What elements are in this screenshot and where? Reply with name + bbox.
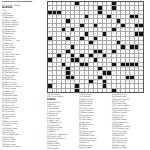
crossword-grid[interactable]: 1234567891011121314151617181920212223242… <box>47 1 144 93</box>
grid-cell[interactable] <box>117 76 121 79</box>
grid-cell[interactable] <box>103 41 107 44</box>
grid-cell[interactable] <box>112 19 116 22</box>
grid-cell[interactable]: 82 <box>94 54 98 57</box>
grid-cell[interactable] <box>57 84 61 87</box>
grid-cell[interactable] <box>126 50 130 53</box>
grid-cell[interactable] <box>117 54 121 57</box>
grid-cell[interactable]: 73 <box>71 50 75 53</box>
grid-cell[interactable] <box>126 28 130 31</box>
grid-cell[interactable] <box>62 71 66 74</box>
grid-cell[interactable] <box>103 19 107 22</box>
grid-cell[interactable]: 110 <box>71 71 75 74</box>
grid-cell[interactable]: 46 <box>80 28 84 31</box>
grid-cell[interactable] <box>107 24 111 27</box>
grid-cell[interactable] <box>57 24 61 27</box>
grid-cell[interactable] <box>53 50 57 53</box>
grid-cell[interactable] <box>57 50 61 53</box>
grid-cell[interactable]: 64 <box>66 41 70 44</box>
grid-cell[interactable] <box>135 6 139 9</box>
grid-cell[interactable]: 29 <box>89 15 93 18</box>
grid-cell[interactable]: 106 <box>126 67 130 70</box>
grid-cell[interactable] <box>80 11 84 14</box>
grid-cell[interactable]: 107 <box>130 67 134 70</box>
grid-cell[interactable] <box>85 50 89 53</box>
grid-cell[interactable] <box>66 32 70 35</box>
grid-cell[interactable]: 32 <box>48 19 52 22</box>
grid-cell[interactable] <box>107 45 111 48</box>
grid-cell[interactable]: 97 <box>94 63 98 66</box>
grid-cell[interactable] <box>121 32 125 35</box>
grid-cell[interactable] <box>98 32 102 35</box>
grid-cell[interactable]: 105 <box>121 67 125 70</box>
grid-cell[interactable]: 24 <box>103 11 107 14</box>
grid-cell[interactable] <box>103 24 107 27</box>
grid-cell[interactable] <box>139 6 143 9</box>
grid-cell[interactable]: 14 <box>121 2 125 5</box>
grid-cell[interactable] <box>62 15 66 18</box>
grid-cell[interactable] <box>135 89 139 92</box>
grid-cell[interactable] <box>121 11 125 14</box>
grid-cell[interactable] <box>75 50 79 53</box>
grid-cell[interactable]: 69 <box>75 45 79 48</box>
grid-cell[interactable] <box>139 80 143 83</box>
grid-cell[interactable]: 31 <box>112 15 116 18</box>
grid-cell[interactable] <box>53 76 57 79</box>
grid-cell[interactable]: 16 <box>130 2 134 5</box>
grid-cell[interactable] <box>107 6 111 9</box>
grid-cell[interactable]: 83 <box>98 54 102 57</box>
grid-cell[interactable] <box>130 11 134 14</box>
grid-cell[interactable]: 81 <box>66 54 70 57</box>
grid-cell[interactable] <box>94 45 98 48</box>
grid-cell[interactable] <box>126 45 130 48</box>
grid-cell[interactable] <box>130 58 134 61</box>
grid-cell[interactable] <box>71 6 75 9</box>
grid-cell[interactable]: 27 <box>53 15 57 18</box>
grid-cell[interactable] <box>94 19 98 22</box>
grid-cell[interactable] <box>126 41 130 44</box>
grid-cell[interactable]: 111 <box>112 71 116 74</box>
grid-cell[interactable]: 84 <box>107 54 111 57</box>
grid-cell[interactable] <box>103 28 107 31</box>
grid-cell[interactable] <box>94 11 98 14</box>
grid-cell[interactable] <box>112 41 116 44</box>
grid-cell[interactable]: 47 <box>94 28 98 31</box>
grid-cell[interactable] <box>135 11 139 14</box>
grid-cell[interactable] <box>117 71 121 74</box>
grid-cell[interactable] <box>57 6 61 9</box>
grid-cell[interactable]: 123 <box>126 80 130 83</box>
grid-cell[interactable]: 23 <box>62 11 66 14</box>
grid-cell[interactable] <box>130 71 134 74</box>
grid-cell[interactable]: 65 <box>80 41 84 44</box>
grid-cell[interactable] <box>80 6 84 9</box>
grid-cell[interactable] <box>57 76 61 79</box>
grid-cell[interactable] <box>75 11 79 14</box>
grid-cell[interactable] <box>85 58 89 61</box>
grid-cell[interactable] <box>53 63 57 66</box>
grid-cell[interactable]: 87 <box>57 58 61 61</box>
grid-cell[interactable] <box>107 37 111 40</box>
grid-cell[interactable] <box>57 89 61 92</box>
grid-cell[interactable] <box>62 45 66 48</box>
grid-cell[interactable] <box>98 84 102 87</box>
grid-cell[interactable] <box>135 84 139 87</box>
grid-cell[interactable]: 48 <box>117 28 121 31</box>
grid-cell[interactable] <box>57 71 61 74</box>
grid-cell[interactable]: 55 <box>112 32 116 35</box>
grid-cell[interactable] <box>98 89 102 92</box>
grid-cell[interactable]: 114 <box>103 76 107 79</box>
grid-cell[interactable] <box>103 63 107 66</box>
grid-cell[interactable] <box>75 19 79 22</box>
grid-cell[interactable]: 117 <box>48 80 52 83</box>
grid-cell[interactable]: 131 <box>117 89 121 92</box>
grid-cell[interactable]: 60 <box>103 37 107 40</box>
grid-cell[interactable] <box>107 63 111 66</box>
grid-cell[interactable]: 2 <box>53 2 57 5</box>
grid-cell[interactable] <box>130 32 134 35</box>
grid-cell[interactable] <box>53 54 57 57</box>
grid-cell[interactable] <box>57 32 61 35</box>
grid-cell[interactable] <box>135 58 139 61</box>
grid-cell[interactable] <box>121 84 125 87</box>
grid-cell[interactable] <box>98 71 102 74</box>
grid-cell[interactable]: 22 <box>117 6 121 9</box>
grid-cell[interactable]: 100 <box>71 67 75 70</box>
grid-cell[interactable] <box>117 37 121 40</box>
grid-cell[interactable] <box>89 67 93 70</box>
grid-cell[interactable] <box>121 54 125 57</box>
grid-cell[interactable]: 1 <box>48 2 52 5</box>
grid-cell[interactable] <box>89 6 93 9</box>
grid-cell[interactable] <box>130 6 134 9</box>
grid-cell[interactable] <box>53 28 57 31</box>
grid-cell[interactable] <box>71 11 75 14</box>
grid-cell[interactable]: 33 <box>71 19 75 22</box>
grid-cell[interactable]: 77 <box>130 50 134 53</box>
grid-cell[interactable] <box>85 11 89 14</box>
grid-cell[interactable] <box>98 28 102 31</box>
grid-cell[interactable] <box>139 84 143 87</box>
grid-cell[interactable]: 80 <box>62 54 66 57</box>
grid-cell[interactable]: 124 <box>130 80 134 83</box>
grid-cell[interactable] <box>62 19 66 22</box>
grid-cell[interactable] <box>75 32 79 35</box>
grid-cell[interactable]: 116 <box>135 76 139 79</box>
grid-cell[interactable]: 104 <box>112 67 116 70</box>
grid-cell[interactable]: 96 <box>89 63 93 66</box>
grid-cell[interactable]: 57 <box>71 37 75 40</box>
grid-cell[interactable] <box>107 58 111 61</box>
grid-cell[interactable] <box>135 54 139 57</box>
grid-cell[interactable] <box>53 71 57 74</box>
grid-cell[interactable] <box>85 71 89 74</box>
grid-cell[interactable] <box>130 41 134 44</box>
grid-cell[interactable] <box>130 24 134 27</box>
grid-cell[interactable] <box>66 58 70 61</box>
grid-cell[interactable] <box>107 67 111 70</box>
grid-cell[interactable] <box>139 71 143 74</box>
grid-cell[interactable]: 40 <box>85 24 89 27</box>
grid-cell[interactable] <box>117 11 121 14</box>
grid-cell[interactable] <box>57 28 61 31</box>
grid-cell[interactable] <box>66 84 70 87</box>
grid-cell[interactable] <box>53 6 57 9</box>
grid-cell[interactable] <box>139 67 143 70</box>
grid-cell[interactable]: 76 <box>121 50 125 53</box>
grid-cell[interactable] <box>126 84 130 87</box>
grid-cell[interactable] <box>89 28 93 31</box>
grid-cell[interactable] <box>89 76 93 79</box>
grid-cell[interactable] <box>80 45 84 48</box>
grid-cell[interactable]: 66 <box>94 41 98 44</box>
grid-cell[interactable] <box>117 80 121 83</box>
grid-cell[interactable] <box>139 45 143 48</box>
grid-cell[interactable] <box>94 84 98 87</box>
grid-cell[interactable] <box>75 15 79 18</box>
grid-cell[interactable] <box>89 11 93 14</box>
grid-cell[interactable]: 79 <box>48 54 52 57</box>
grid-cell[interactable]: 70 <box>89 45 93 48</box>
grid-cell[interactable]: 101 <box>80 67 84 70</box>
grid-cell[interactable] <box>71 84 75 87</box>
grid-cell[interactable] <box>85 89 89 92</box>
grid-cell[interactable] <box>98 45 102 48</box>
grid-cell[interactable] <box>85 84 89 87</box>
grid-cell[interactable] <box>107 50 111 53</box>
grid-cell[interactable] <box>57 41 61 44</box>
grid-cell[interactable]: 21 <box>103 6 107 9</box>
grid-cell[interactable] <box>71 89 75 92</box>
grid-cell[interactable] <box>121 80 125 83</box>
grid-cell[interactable] <box>62 84 66 87</box>
grid-cell[interactable] <box>126 89 130 92</box>
grid-cell[interactable] <box>89 19 93 22</box>
grid-cell[interactable] <box>53 80 57 83</box>
grid-cell[interactable] <box>66 11 70 14</box>
grid-cell[interactable]: 45 <box>75 28 79 31</box>
grid-cell[interactable]: 54 <box>107 32 111 35</box>
grid-cell[interactable] <box>126 32 130 35</box>
grid-cell[interactable]: 89 <box>89 58 93 61</box>
grid-cell[interactable] <box>139 63 143 66</box>
grid-cell[interactable]: 85 <box>112 54 116 57</box>
grid-cell[interactable]: 86 <box>53 58 57 61</box>
grid-cell[interactable]: 129 <box>48 89 52 92</box>
grid-cell[interactable]: 35 <box>107 19 111 22</box>
grid-cell[interactable]: 127 <box>89 84 93 87</box>
grid-cell[interactable] <box>62 41 66 44</box>
grid-cell[interactable]: 42 <box>117 24 121 27</box>
grid-cell[interactable] <box>53 24 57 27</box>
grid-cell[interactable]: 63 <box>48 41 52 44</box>
grid-cell[interactable] <box>75 71 79 74</box>
grid-cell[interactable] <box>57 67 61 70</box>
grid-cell[interactable] <box>107 28 111 31</box>
grid-cell[interactable] <box>85 80 89 83</box>
grid-cell[interactable] <box>135 28 139 31</box>
grid-cell[interactable]: 92 <box>48 63 52 66</box>
grid-cell[interactable] <box>126 19 130 22</box>
grid-cell[interactable] <box>62 50 66 53</box>
grid-cell[interactable]: 99 <box>62 67 66 70</box>
grid-cell[interactable] <box>94 89 98 92</box>
grid-cell[interactable] <box>117 58 121 61</box>
grid-cell[interactable] <box>139 54 143 57</box>
grid-cell[interactable] <box>57 19 61 22</box>
grid-cell[interactable]: 18 <box>139 2 143 5</box>
grid-cell[interactable]: 43 <box>126 24 130 27</box>
grid-cell[interactable] <box>112 45 116 48</box>
grid-cell[interactable] <box>117 84 121 87</box>
grid-cell[interactable]: 9 <box>89 2 93 5</box>
grid-cell[interactable] <box>75 80 79 83</box>
grid-cell[interactable]: 126 <box>80 84 84 87</box>
grid-cell[interactable] <box>126 15 130 18</box>
grid-cell[interactable]: 108 <box>135 67 139 70</box>
grid-cell[interactable]: 67 <box>121 41 125 44</box>
grid-cell[interactable] <box>112 84 116 87</box>
grid-cell[interactable] <box>85 6 89 9</box>
grid-cell[interactable]: 90 <box>98 58 102 61</box>
grid-cell[interactable]: 12 <box>107 2 111 5</box>
grid-cell[interactable] <box>80 15 84 18</box>
grid-cell[interactable] <box>139 19 143 22</box>
grid-cell[interactable] <box>62 24 66 27</box>
grid-cell[interactable] <box>130 28 134 31</box>
grid-cell[interactable] <box>126 58 130 61</box>
grid-cell[interactable]: 130 <box>80 89 84 92</box>
grid-cell[interactable]: 39 <box>66 24 70 27</box>
grid-cell[interactable] <box>71 15 75 18</box>
grid-cell[interactable] <box>94 67 98 70</box>
grid-cell[interactable]: 51 <box>62 32 66 35</box>
grid-cell[interactable] <box>75 41 79 44</box>
grid-cell[interactable] <box>75 67 79 70</box>
grid-cell[interactable] <box>80 80 84 83</box>
grid-cell[interactable]: 98 <box>48 67 52 70</box>
grid-cell[interactable] <box>71 24 75 27</box>
grid-cell[interactable] <box>89 24 93 27</box>
grid-cell[interactable]: 56 <box>53 37 57 40</box>
grid-cell[interactable]: 19 <box>48 6 52 9</box>
grid-cell[interactable] <box>75 37 79 40</box>
grid-cell[interactable] <box>89 50 93 53</box>
grid-cell[interactable] <box>57 45 61 48</box>
grid-cell[interactable]: 30 <box>98 15 102 18</box>
grid-cell[interactable]: 7 <box>80 2 84 5</box>
grid-cell[interactable] <box>66 45 70 48</box>
grid-cell[interactable]: 91 <box>103 58 107 61</box>
grid-cell[interactable]: 62 <box>139 37 143 40</box>
grid-cell[interactable] <box>94 15 98 18</box>
grid-cell[interactable] <box>66 28 70 31</box>
grid-cell[interactable] <box>107 89 111 92</box>
grid-cell[interactable] <box>57 80 61 83</box>
grid-cell[interactable] <box>121 58 125 61</box>
grid-cell[interactable] <box>57 37 61 40</box>
grid-cell[interactable]: 11 <box>103 2 107 5</box>
grid-cell[interactable] <box>130 37 134 40</box>
grid-cell[interactable] <box>135 80 139 83</box>
grid-cell[interactable] <box>85 54 89 57</box>
grid-cell[interactable]: 128 <box>107 84 111 87</box>
grid-cell[interactable] <box>112 80 116 83</box>
grid-cell[interactable] <box>139 41 143 44</box>
grid-cell[interactable] <box>89 89 93 92</box>
grid-cell[interactable]: 20 <box>75 6 79 9</box>
grid-cell[interactable] <box>126 71 130 74</box>
grid-cell[interactable] <box>94 32 98 35</box>
grid-cell[interactable] <box>117 67 121 70</box>
grid-cell[interactable] <box>53 19 57 22</box>
grid-cell[interactable]: 58 <box>85 37 89 40</box>
grid-cell[interactable]: 118 <box>66 80 70 83</box>
grid-cell[interactable] <box>80 71 84 74</box>
grid-cell[interactable]: 68 <box>48 45 52 48</box>
grid-cell[interactable]: 102 <box>85 67 89 70</box>
grid-cell[interactable] <box>112 58 116 61</box>
grid-cell[interactable] <box>85 28 89 31</box>
grid-cell[interactable] <box>94 6 98 9</box>
grid-cell[interactable]: 8 <box>85 2 89 5</box>
grid-cell[interactable] <box>121 37 125 40</box>
grid-cell[interactable] <box>139 50 143 53</box>
grid-cell[interactable]: 112 <box>48 76 52 79</box>
grid-cell[interactable] <box>126 6 130 9</box>
grid-cell[interactable] <box>53 41 57 44</box>
grid-cell[interactable]: 15 <box>126 2 130 5</box>
grid-cell[interactable]: 94 <box>71 63 75 66</box>
grid-cell[interactable] <box>80 19 84 22</box>
grid-cell[interactable] <box>85 76 89 79</box>
grid-cell[interactable] <box>62 76 66 79</box>
grid-cell[interactable] <box>62 58 66 61</box>
grid-cell[interactable]: 3 <box>57 2 61 5</box>
grid-cell[interactable] <box>98 2 102 5</box>
grid-cell[interactable]: 120 <box>94 80 98 83</box>
grid-cell[interactable]: 53 <box>89 32 93 35</box>
grid-cell[interactable] <box>62 37 66 40</box>
grid-cell[interactable]: 88 <box>80 58 84 61</box>
grid-cell[interactable] <box>98 41 102 44</box>
grid-cell[interactable] <box>94 71 98 74</box>
grid-cell[interactable]: 41 <box>98 24 102 27</box>
grid-cell[interactable]: 75 <box>117 50 121 53</box>
grid-cell[interactable] <box>53 89 57 92</box>
grid-cell[interactable] <box>89 71 93 74</box>
grid-cell[interactable]: 5 <box>66 2 70 5</box>
grid-cell[interactable] <box>66 6 70 9</box>
grid-cell[interactable]: 52 <box>71 32 75 35</box>
grid-cell[interactable] <box>121 15 125 18</box>
grid-cell[interactable] <box>112 24 116 27</box>
grid-cell[interactable]: 36 <box>121 19 125 22</box>
grid-cell[interactable]: 119 <box>71 80 75 83</box>
grid-cell[interactable]: 78 <box>135 50 139 53</box>
grid-cell[interactable] <box>135 41 139 44</box>
grid-cell[interactable] <box>62 80 66 83</box>
grid-cell[interactable]: 25 <box>112 11 116 14</box>
grid-cell[interactable] <box>89 37 93 40</box>
grid-cell[interactable] <box>112 37 116 40</box>
grid-cell[interactable] <box>117 15 121 18</box>
grid-cell[interactable] <box>135 71 139 74</box>
grid-cell[interactable] <box>126 11 130 14</box>
grid-cell[interactable] <box>139 58 143 61</box>
grid-cell[interactable] <box>121 71 125 74</box>
